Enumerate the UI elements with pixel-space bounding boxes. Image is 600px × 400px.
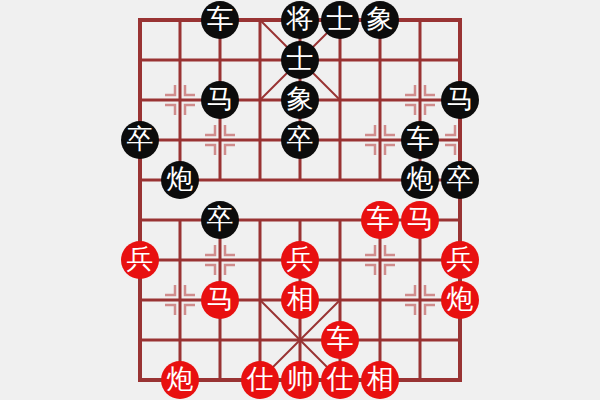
piece-red-advisor[interactable]: 仕 [321, 361, 359, 399]
piece-red-elephant[interactable]: 相 [281, 281, 319, 319]
board-point: 将 [280, 0, 320, 40]
piece-red-advisor[interactable]: 仕 [241, 361, 279, 399]
piece-black-horse[interactable]: 马 [201, 81, 239, 119]
board-point: 卒 [280, 120, 320, 160]
board-point: 马 [400, 200, 440, 240]
board-point: 象 [360, 0, 400, 40]
board-point: 卒 [440, 160, 480, 200]
piece-black-elephant[interactable]: 象 [281, 81, 319, 119]
piece-black-advisor[interactable]: 士 [321, 1, 359, 39]
piece-red-pawn[interactable]: 兵 [441, 241, 479, 279]
board-point: 兵 [440, 240, 480, 280]
board-point: 帅 [280, 360, 320, 400]
piece-black-pawn[interactable]: 卒 [201, 201, 239, 239]
board-point: 仕 [320, 360, 360, 400]
piece-black-horse[interactable]: 马 [441, 81, 479, 119]
piece-red-horse[interactable]: 马 [401, 201, 439, 239]
xiangqi-app: 车将士象士马象马卒卒车炮炮卒卒车马兵兵兵马相炮车炮仕帅仕相 [0, 0, 600, 400]
xiangqi-board[interactable]: 车将士象士马象马卒卒车炮炮卒卒车马兵兵兵马相炮车炮仕帅仕相 [120, 0, 480, 400]
board-point: 炮 [400, 160, 440, 200]
board-point: 卒 [120, 120, 160, 160]
piece-red-cannon[interactable]: 炮 [161, 361, 199, 399]
piece-black-advisor[interactable]: 士 [281, 41, 319, 79]
board-point: 马 [200, 80, 240, 120]
piece-black-chariot[interactable]: 车 [201, 1, 239, 39]
piece-red-cannon[interactable]: 炮 [441, 281, 479, 319]
board-point: 炮 [160, 160, 200, 200]
piece-red-chariot[interactable]: 车 [361, 201, 399, 239]
piece-black-cannon[interactable]: 炮 [161, 161, 199, 199]
piece-black-pawn[interactable]: 卒 [441, 161, 479, 199]
board-point: 士 [280, 40, 320, 80]
board-point: 车 [320, 320, 360, 360]
piece-black-cannon[interactable]: 炮 [401, 161, 439, 199]
piece-red-pawn[interactable]: 兵 [121, 241, 159, 279]
piece-black-elephant[interactable]: 象 [361, 1, 399, 39]
board-point: 仕 [240, 360, 280, 400]
board-point: 兵 [280, 240, 320, 280]
board-point: 马 [200, 280, 240, 320]
piece-red-chariot[interactable]: 车 [321, 321, 359, 359]
piece-red-horse[interactable]: 马 [201, 281, 239, 319]
board-point: 马 [440, 80, 480, 120]
board-point: 相 [280, 280, 320, 320]
piece-black-chariot[interactable]: 车 [401, 121, 439, 159]
piece-black-pawn[interactable]: 卒 [281, 121, 319, 159]
board-point: 卒 [200, 200, 240, 240]
board-point: 相 [360, 360, 400, 400]
board-point: 象 [280, 80, 320, 120]
board-point: 兵 [120, 240, 160, 280]
piece-red-elephant[interactable]: 相 [361, 361, 399, 399]
piece-black-pawn[interactable]: 卒 [121, 121, 159, 159]
board-point: 车 [360, 200, 400, 240]
piece-black-general[interactable]: 将 [281, 1, 319, 39]
piece-red-general[interactable]: 帅 [281, 361, 319, 399]
board-point: 车 [400, 120, 440, 160]
board-point: 炮 [160, 360, 200, 400]
board-point: 士 [320, 0, 360, 40]
piece-red-pawn[interactable]: 兵 [281, 241, 319, 279]
board-point: 车 [200, 0, 240, 40]
board-point: 炮 [440, 280, 480, 320]
